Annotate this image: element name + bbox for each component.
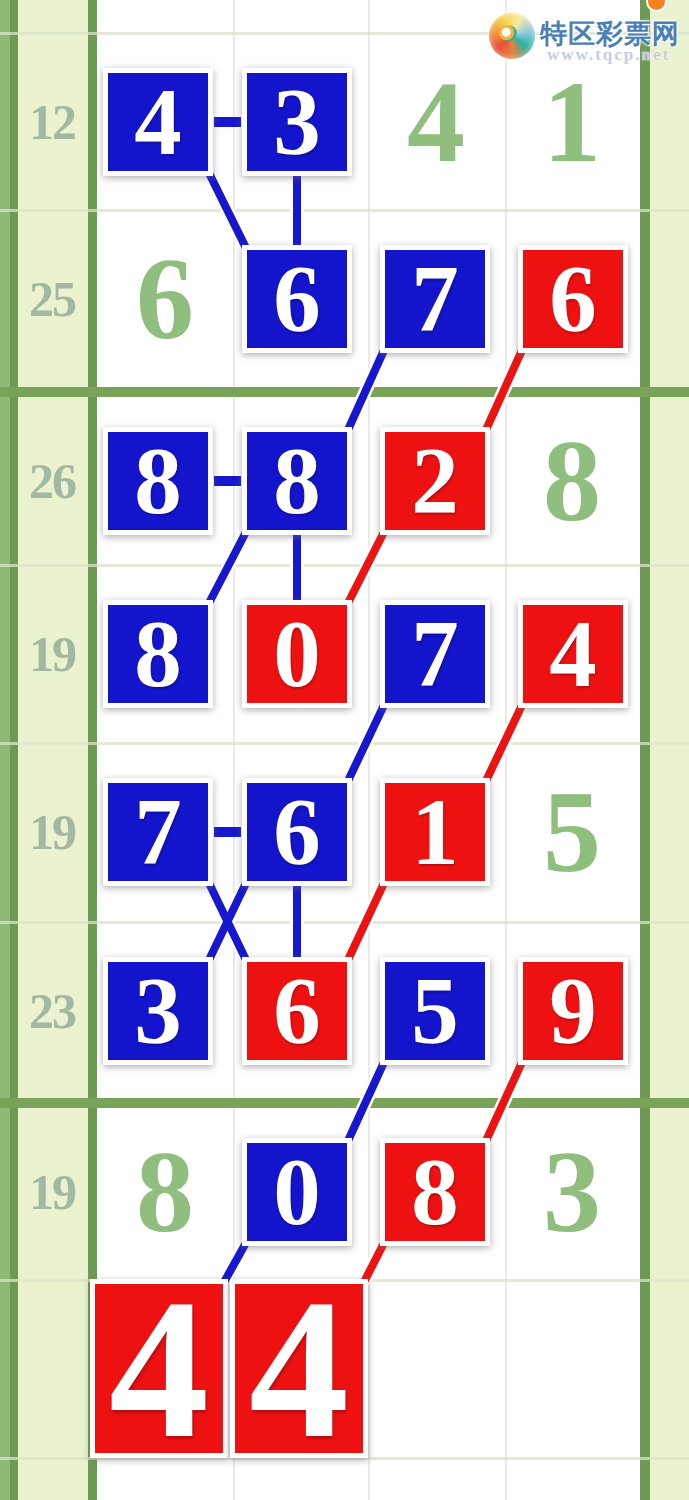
number-box-blue: 7 — [380, 600, 490, 708]
box-digit: 4 — [134, 75, 182, 170]
box-digit: 8 — [273, 434, 321, 529]
box-digit: 4 — [549, 607, 597, 702]
connector-line-blue — [208, 171, 247, 250]
connector-line-blue — [347, 1060, 385, 1143]
box-digit: 6 — [549, 252, 597, 347]
connector-line-blue — [208, 530, 247, 605]
box-digit: 7 — [411, 607, 459, 702]
box-digit: 3 — [134, 964, 182, 1059]
number-box-blue: 3 — [103, 957, 213, 1065]
connector-line-blue — [223, 1241, 247, 1284]
box-digit: 8 — [134, 607, 182, 702]
box-digit: 2 — [411, 434, 459, 529]
number-box-blue: 3 — [242, 68, 352, 176]
connector-line-red — [363, 1241, 385, 1284]
box-digit: 0 — [273, 1145, 321, 1240]
connector-line-red — [485, 348, 523, 432]
number-box-blue: 8 — [103, 600, 213, 708]
number-box-blue: 6 — [242, 245, 352, 353]
number-box-red: 0 — [242, 600, 352, 708]
number-box-blue: 5 — [380, 957, 490, 1065]
box-digit: 4 — [249, 1269, 349, 1469]
box-digit: 8 — [411, 1145, 459, 1240]
connector-line-red — [347, 530, 385, 605]
connector-line-blue — [347, 348, 385, 432]
box-digit: 1 — [411, 785, 459, 880]
number-box-blue: 8 — [103, 427, 213, 535]
number-box-red: 4 — [518, 600, 628, 708]
box-digit: 7 — [134, 785, 182, 880]
site-url: www.tqcp.net — [547, 45, 670, 65]
number-box-blue: 8 — [242, 427, 352, 535]
connector-line-red — [485, 703, 523, 783]
box-digit: 6 — [273, 964, 321, 1059]
box-digit: 3 — [273, 75, 321, 170]
number-box-red: 2 — [380, 427, 490, 535]
number-box-blue: 0 — [242, 1138, 352, 1246]
box-digit: 6 — [273, 252, 321, 347]
connector-line-blue — [347, 703, 385, 783]
box-digit: 6 — [273, 785, 321, 880]
number-box-red: 8 — [380, 1138, 490, 1246]
number-box-blue: 4 — [103, 68, 213, 176]
number-box-blue: 7 — [380, 245, 490, 353]
number-box-blue: 6 — [242, 778, 352, 886]
box-digit: 7 — [411, 252, 459, 347]
box-digit: 5 — [411, 964, 459, 1059]
number-box-red: 4 — [230, 1279, 368, 1458]
box-digit: 0 — [273, 607, 321, 702]
number-box-red: 9 — [518, 957, 628, 1065]
box-digit: 8 — [134, 434, 182, 529]
number-box-red: 6 — [518, 245, 628, 353]
number-box-red: 1 — [380, 778, 490, 886]
trend-chart: 1225261919231943416676882880747615365980… — [0, 0, 689, 1500]
connector-line-red — [485, 1060, 523, 1143]
box-digit: 4 — [109, 1269, 209, 1469]
number-box-blue: 7 — [103, 778, 213, 886]
box-digit: 9 — [549, 964, 597, 1059]
number-box-red: 6 — [242, 957, 352, 1065]
site-logo-icon[interactable] — [489, 13, 535, 59]
connector-line-red — [347, 881, 385, 962]
number-box-red: 4 — [90, 1279, 228, 1458]
